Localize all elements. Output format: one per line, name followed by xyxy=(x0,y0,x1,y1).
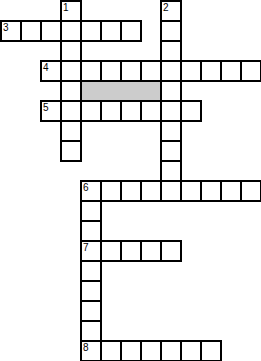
crossword-cell[interactable] xyxy=(140,180,162,202)
crossword-cell[interactable] xyxy=(60,80,82,102)
crossword-cell[interactable] xyxy=(200,60,222,82)
crossword-cell[interactable] xyxy=(80,300,102,322)
crossword-cell[interactable] xyxy=(220,60,242,82)
crossword-cell[interactable] xyxy=(60,20,82,42)
crossword-cell[interactable] xyxy=(100,340,122,361)
crossword-cell[interactable] xyxy=(60,60,82,82)
crossword-cell[interactable] xyxy=(80,340,102,361)
crossword-cell[interactable] xyxy=(80,260,102,282)
crossword-cell[interactable] xyxy=(160,40,182,62)
crossword-cell[interactable] xyxy=(80,280,102,302)
crossword-cell[interactable] xyxy=(180,100,202,122)
crossword-cell[interactable] xyxy=(160,160,182,182)
crossword-cell[interactable] xyxy=(60,0,82,22)
crossword-cell[interactable] xyxy=(60,140,82,162)
crossword-cell[interactable] xyxy=(0,20,22,42)
crossword-cell[interactable] xyxy=(40,60,62,82)
crossword-cell[interactable] xyxy=(80,180,102,202)
crossword-cell[interactable] xyxy=(100,180,122,202)
crossword-cell[interactable] xyxy=(120,100,142,122)
crossword-cell[interactable] xyxy=(120,340,142,361)
crossword-cell[interactable] xyxy=(100,20,122,42)
crossword-cell[interactable] xyxy=(240,180,261,202)
crossword-cell[interactable] xyxy=(80,100,102,122)
crossword-cell[interactable] xyxy=(120,60,142,82)
crossword-cell[interactable] xyxy=(160,180,182,202)
crossword-cell[interactable] xyxy=(140,340,162,361)
crossword-cell[interactable] xyxy=(20,20,42,42)
crossword-cell[interactable] xyxy=(100,60,122,82)
crossword-cell[interactable] xyxy=(60,120,82,142)
crossword-cell[interactable] xyxy=(60,100,82,122)
crossword-cell[interactable] xyxy=(180,60,202,82)
crossword-cell[interactable] xyxy=(180,180,202,202)
crossword-cell[interactable] xyxy=(160,0,182,22)
crossword-cell[interactable] xyxy=(80,240,102,262)
crossword-board: 12345678 xyxy=(0,0,261,361)
crossword-cell[interactable] xyxy=(160,80,182,102)
crossword-cell[interactable] xyxy=(40,20,62,42)
crossword-cell[interactable] xyxy=(80,320,102,342)
crossword-cell[interactable] xyxy=(120,240,142,262)
crossword-cell[interactable] xyxy=(140,60,162,82)
crossword-cell[interactable] xyxy=(160,340,182,361)
crossword-cell[interactable] xyxy=(160,120,182,142)
crossword-cell[interactable] xyxy=(60,40,82,62)
crossword-cell[interactable] xyxy=(160,20,182,42)
crossword-cell[interactable] xyxy=(100,240,122,262)
crossword-cell[interactable] xyxy=(160,140,182,162)
crossword-cell[interactable] xyxy=(140,100,162,122)
crossword-cell[interactable] xyxy=(160,240,182,262)
crossword-cell[interactable] xyxy=(200,180,222,202)
crossword-cell[interactable] xyxy=(180,340,202,361)
crossword-cell[interactable] xyxy=(100,100,122,122)
crossword-cell[interactable] xyxy=(80,20,102,42)
crossword-cell[interactable] xyxy=(120,20,142,42)
crossword-cell[interactable] xyxy=(240,60,261,82)
crossword-cell[interactable] xyxy=(160,100,182,122)
crossword-cell[interactable] xyxy=(80,200,102,222)
crossword-cell[interactable] xyxy=(200,340,222,361)
crossword-cell[interactable] xyxy=(80,60,102,82)
crossword-cell[interactable] xyxy=(40,100,62,122)
crossword-cell[interactable] xyxy=(220,180,242,202)
shaded-block xyxy=(80,80,162,102)
crossword-cell[interactable] xyxy=(140,240,162,262)
crossword-cell[interactable] xyxy=(160,60,182,82)
crossword-cell[interactable] xyxy=(80,220,102,242)
crossword-cell[interactable] xyxy=(120,180,142,202)
